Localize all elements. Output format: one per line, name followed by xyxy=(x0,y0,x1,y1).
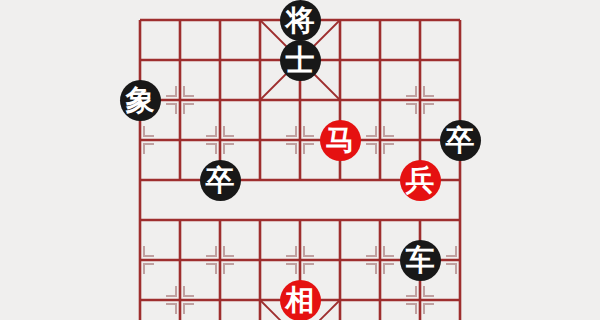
xiangqi-board: 将士象马卒卒兵车相 xyxy=(0,0,600,320)
piece-grid: 将士象马卒卒兵车相 xyxy=(120,0,480,320)
piece-red-pawn[interactable]: 兵 xyxy=(400,160,441,201)
piece-black-elephant[interactable]: 象 xyxy=(120,80,161,121)
piece-black-general[interactable]: 将 xyxy=(280,0,321,41)
piece-black-chariot[interactable]: 车 xyxy=(400,240,441,281)
piece-red-horse[interactable]: 马 xyxy=(320,120,361,161)
piece-black-pawn[interactable]: 卒 xyxy=(440,120,481,161)
piece-red-elephant[interactable]: 相 xyxy=(280,280,321,320)
piece-black-advisor[interactable]: 士 xyxy=(280,40,321,81)
piece-black-pawn[interactable]: 卒 xyxy=(200,160,241,201)
